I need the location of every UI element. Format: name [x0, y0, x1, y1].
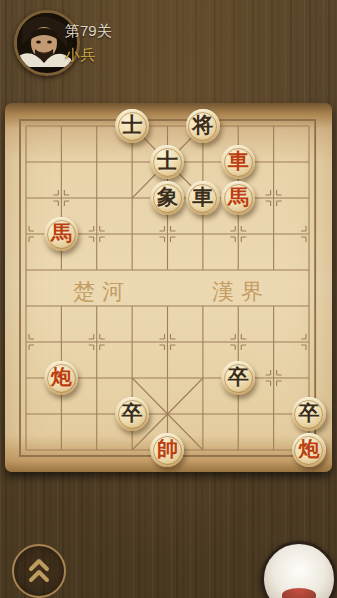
piece-black-soldier[interactable]: 卒 — [115, 397, 149, 431]
piece-glyph: 卒 — [122, 403, 143, 424]
piece-red-horse[interactable]: 馬 — [44, 217, 78, 251]
opponent-avatar — [14, 10, 80, 76]
piece-black-advisor[interactable]: 士 — [115, 109, 149, 143]
piece-glyph: 炮 — [51, 367, 72, 388]
piece-glyph: 馬 — [228, 187, 249, 208]
piece-glyph: 士 — [157, 151, 178, 172]
piece-glyph: 車 — [228, 151, 249, 172]
level-label: 第79关 — [65, 22, 112, 41]
double-chevron-up-icon — [24, 556, 54, 586]
piece-red-cannon[interactable]: 炮 — [292, 433, 326, 467]
header: 第79关 小兵 — [0, 0, 337, 90]
opponent-portrait-icon — [17, 13, 71, 67]
opponent-name-label: 小兵 — [65, 46, 95, 65]
piece-glyph: 将 — [192, 115, 213, 136]
piece-black-general[interactable]: 将 — [186, 109, 220, 143]
pieces-layer: 士将士車象車馬馬炮卒卒卒帥炮 — [8, 108, 326, 468]
piece-black-soldier[interactable]: 卒 — [292, 397, 326, 431]
piece-red-cannon[interactable]: 炮 — [44, 361, 78, 395]
piece-black-advisor[interactable]: 士 — [150, 145, 184, 179]
piece-red-horse[interactable]: 馬 — [221, 181, 255, 215]
piece-black-elephant[interactable]: 象 — [150, 181, 184, 215]
piece-glyph: 卒 — [228, 367, 249, 388]
piece-glyph: 炮 — [298, 439, 319, 460]
piece-red-chariot[interactable]: 車 — [221, 145, 255, 179]
piece-glyph: 象 — [157, 187, 178, 208]
piece-glyph: 馬 — [51, 223, 72, 244]
piece-black-soldier[interactable]: 卒 — [221, 361, 255, 395]
piece-glyph: 卒 — [298, 403, 319, 424]
piece-red-general[interactable]: 帥 — [150, 433, 184, 467]
collapse-menu-button[interactable] — [12, 544, 66, 598]
piece-glyph: 士 — [122, 115, 143, 136]
piece-glyph: 車 — [192, 187, 213, 208]
xiangqi-board[interactable]: 楚河 漢界 士将士車象車馬馬炮卒卒卒帥炮 — [5, 103, 332, 472]
piece-glyph: 帥 — [157, 439, 178, 460]
piece-black-chariot[interactable]: 車 — [186, 181, 220, 215]
